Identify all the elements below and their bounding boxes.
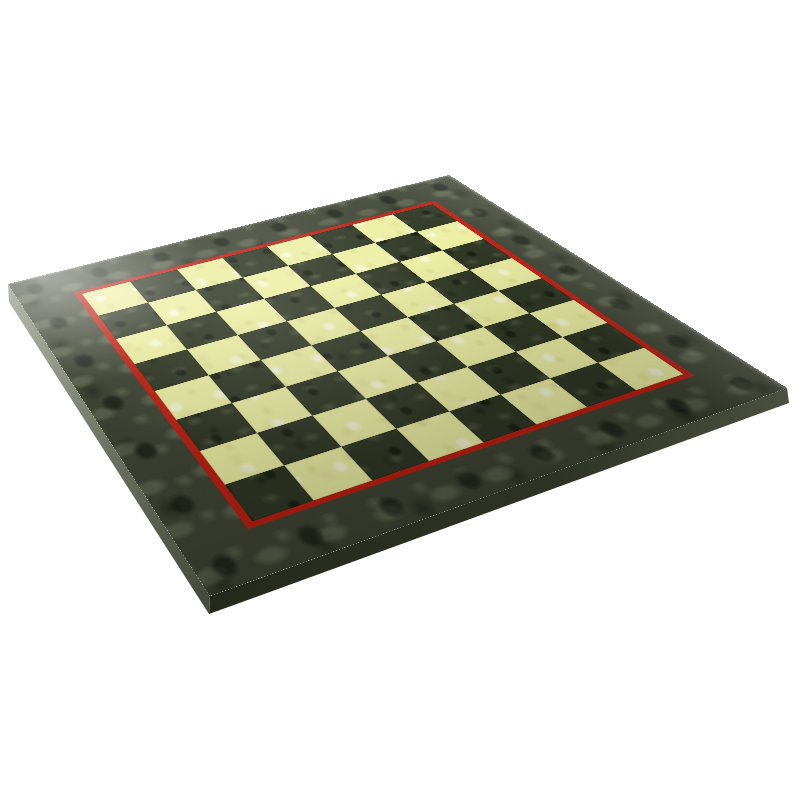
product-photo	[0, 0, 800, 800]
